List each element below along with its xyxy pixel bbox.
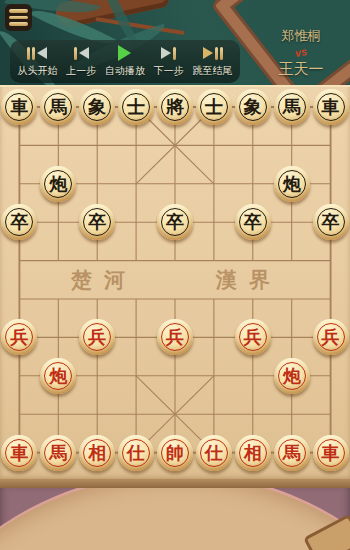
piece-red-horse[interactable]: 馬 xyxy=(40,435,76,471)
piece-glyph: 兵 xyxy=(88,328,106,346)
piece-ring: 士 xyxy=(200,93,228,121)
app-screen: 从头开始 上一步 自动播放 下一步 跳至结尾 郑惟桐 vs 王天一 楚河 漢界 … xyxy=(0,0,350,550)
board-cell[interactable]: 卒 xyxy=(156,203,195,241)
piece-red-soldier[interactable]: 兵 xyxy=(235,319,271,355)
board-cell[interactable] xyxy=(117,395,156,433)
step-forward-button[interactable]: 下一步 xyxy=(154,46,184,78)
piece-ring: 馬 xyxy=(44,439,72,467)
board-cell[interactable] xyxy=(272,241,311,279)
piece-red-advisor[interactable]: 仕 xyxy=(118,435,154,471)
playback-toolbar: 从头开始 上一步 自动播放 下一步 跳至结尾 xyxy=(10,40,240,83)
piece-red-soldier[interactable]: 兵 xyxy=(79,319,115,355)
board-cell[interactable] xyxy=(0,165,39,203)
board-cell[interactable] xyxy=(194,395,233,433)
step-forward-icon xyxy=(161,46,176,61)
piece-glyph: 卒 xyxy=(166,213,184,231)
board-cell[interactable] xyxy=(194,280,233,318)
board-cell[interactable]: 帥 xyxy=(156,433,195,471)
piece-ring: 仕 xyxy=(200,439,228,467)
piece-glyph: 卒 xyxy=(244,213,262,231)
board-cell[interactable] xyxy=(117,241,156,279)
piece-red-elephant[interactable]: 相 xyxy=(235,435,271,471)
board-cell[interactable]: 馬 xyxy=(39,88,78,126)
piece-red-soldier[interactable]: 兵 xyxy=(1,319,37,355)
piece-ring: 炮 xyxy=(44,170,72,198)
board-cell[interactable]: 將 xyxy=(156,88,195,126)
board-cell[interactable]: 仕 xyxy=(117,433,156,471)
board-cell[interactable]: 馬 xyxy=(39,433,78,471)
board-cell[interactable] xyxy=(194,203,233,241)
piece-glyph: 車 xyxy=(10,443,28,461)
board-grid: 車馬象士將士象馬車炮炮卒卒卒卒卒兵兵兵兵兵炮炮車馬相仕帥仕相馬車 xyxy=(0,88,350,472)
skip-to-end-icon xyxy=(203,46,223,61)
board-cell[interactable] xyxy=(311,165,350,203)
board-cell[interactable] xyxy=(117,357,156,395)
piece-glyph: 馬 xyxy=(49,97,67,115)
board-cell[interactable]: 炮 xyxy=(39,357,78,395)
board-cell[interactable] xyxy=(39,395,78,433)
board-cell[interactable] xyxy=(233,126,272,164)
piece-glyph: 士 xyxy=(127,97,145,115)
board-cell[interactable] xyxy=(233,357,272,395)
board-cell[interactable]: 兵 xyxy=(78,318,117,356)
board-cell[interactable] xyxy=(0,357,39,395)
piece-ring: 車 xyxy=(317,439,345,467)
piece-ring: 車 xyxy=(5,439,33,467)
board-cell[interactable]: 兵 xyxy=(0,318,39,356)
piece-glyph: 馬 xyxy=(283,443,301,461)
piece-glyph: 炮 xyxy=(283,366,301,384)
piece-red-cannon[interactable]: 炮 xyxy=(40,358,76,394)
board-cell[interactable] xyxy=(233,165,272,203)
board-cell[interactable] xyxy=(117,126,156,164)
board-cell[interactable] xyxy=(311,241,350,279)
piece-ring: 馬 xyxy=(278,439,306,467)
skip-to-end-button[interactable]: 跳至结尾 xyxy=(193,46,233,78)
board-cell[interactable] xyxy=(39,280,78,318)
skip-to-start-icon xyxy=(27,46,47,61)
piece-glyph: 相 xyxy=(244,443,262,461)
piece-black-cannon[interactable]: 炮 xyxy=(274,166,310,202)
board-cell[interactable] xyxy=(311,357,350,395)
board-cell[interactable] xyxy=(194,241,233,279)
board-cell[interactable]: 兵 xyxy=(233,318,272,356)
piece-ring: 兵 xyxy=(5,323,33,351)
play-icon xyxy=(118,46,131,61)
piece-glyph: 兵 xyxy=(166,328,184,346)
autoplay-button[interactable]: 自动播放 xyxy=(105,46,145,78)
piece-ring: 卒 xyxy=(5,208,33,236)
piece-black-horse[interactable]: 馬 xyxy=(274,89,310,125)
piece-red-advisor[interactable]: 仕 xyxy=(196,435,232,471)
piece-glyph: 炮 xyxy=(49,366,67,384)
piece-black-horse[interactable]: 馬 xyxy=(40,89,76,125)
piece-ring: 車 xyxy=(317,93,345,121)
board-cell[interactable] xyxy=(156,280,195,318)
board-cell[interactable] xyxy=(117,165,156,203)
board-cell[interactable]: 卒 xyxy=(311,203,350,241)
board-cell[interactable] xyxy=(156,165,195,203)
board-cell[interactable] xyxy=(39,318,78,356)
piece-glyph: 炮 xyxy=(283,174,301,192)
piece-glyph: 車 xyxy=(322,443,340,461)
piece-black-general[interactable]: 將 xyxy=(157,89,193,125)
piece-ring: 帥 xyxy=(161,439,189,467)
piece-black-soldier[interactable]: 卒 xyxy=(1,204,37,240)
piece-ring: 馬 xyxy=(278,93,306,121)
piece-ring: 象 xyxy=(83,93,111,121)
board-cell[interactable]: 相 xyxy=(233,433,272,471)
piece-black-chariot[interactable]: 車 xyxy=(313,89,349,125)
board-cell[interactable] xyxy=(156,395,195,433)
piece-glyph: 象 xyxy=(244,97,262,115)
piece-red-elephant[interactable]: 相 xyxy=(79,435,115,471)
restart-label: 从头开始 xyxy=(17,64,57,78)
board-cell[interactable]: 卒 xyxy=(78,203,117,241)
piece-ring: 兵 xyxy=(317,323,345,351)
piece-ring: 仕 xyxy=(122,439,150,467)
board-cell[interactable] xyxy=(233,395,272,433)
board-cell[interactable] xyxy=(78,395,117,433)
piece-ring: 炮 xyxy=(278,362,306,390)
piece-black-soldier[interactable]: 卒 xyxy=(235,204,271,240)
xiangqi-board: 楚河 漢界 車馬象士將士象馬車炮炮卒卒卒卒卒兵兵兵兵兵炮炮車馬相仕帥仕相馬車 xyxy=(0,85,350,479)
piece-black-chariot[interactable]: 車 xyxy=(1,89,37,125)
board-cell[interactable]: 炮 xyxy=(39,165,78,203)
step-back-button[interactable]: 上一步 xyxy=(66,46,96,78)
board-cell[interactable] xyxy=(194,318,233,356)
board-cell[interactable] xyxy=(272,280,311,318)
piece-black-elephant[interactable]: 象 xyxy=(235,89,271,125)
board-cell[interactable] xyxy=(311,280,350,318)
board-cell[interactable] xyxy=(233,241,272,279)
wooden-boat-decor xyxy=(54,0,172,30)
piece-glyph: 仕 xyxy=(205,443,223,461)
piece-red-general[interactable]: 帥 xyxy=(157,435,193,471)
piece-black-cannon[interactable]: 炮 xyxy=(40,166,76,202)
player-top-name: 郑惟桐 xyxy=(282,27,321,45)
board-cell[interactable] xyxy=(78,126,117,164)
board-cell[interactable] xyxy=(0,395,39,433)
board-cell[interactable]: 象 xyxy=(233,88,272,126)
board-edge xyxy=(0,479,350,488)
vs-icon: vs xyxy=(294,46,308,59)
piece-glyph: 相 xyxy=(88,443,106,461)
step-forward-label: 下一步 xyxy=(154,64,184,78)
board-cell[interactable]: 兵 xyxy=(311,318,350,356)
board-cell[interactable] xyxy=(156,357,195,395)
restart-button[interactable]: 从头开始 xyxy=(17,46,57,78)
board-cell[interactable]: 炮 xyxy=(272,165,311,203)
piece-ring: 炮 xyxy=(278,170,306,198)
board-cell[interactable] xyxy=(78,357,117,395)
board-cell[interactable] xyxy=(117,318,156,356)
piece-ring: 卒 xyxy=(239,208,267,236)
board-cell[interactable]: 士 xyxy=(194,88,233,126)
piece-ring: 士 xyxy=(122,93,150,121)
piece-black-soldier[interactable]: 卒 xyxy=(313,204,349,240)
piece-ring: 卒 xyxy=(83,208,111,236)
piece-ring: 象 xyxy=(239,93,267,121)
skip-to-end-label: 跳至结尾 xyxy=(193,64,233,78)
board-cell[interactable]: 車 xyxy=(0,433,39,471)
piece-glyph: 卒 xyxy=(10,213,28,231)
board-cell[interactable]: 車 xyxy=(311,433,350,471)
board-cell[interactable] xyxy=(156,241,195,279)
piece-ring: 兵 xyxy=(161,323,189,351)
board-cell[interactable] xyxy=(117,280,156,318)
piece-ring: 車 xyxy=(5,93,33,121)
board-cell[interactable]: 馬 xyxy=(272,433,311,471)
board-cell[interactable]: 炮 xyxy=(272,357,311,395)
player-bottom-name: 王天一 xyxy=(279,60,324,79)
board-cell[interactable]: 馬 xyxy=(272,88,311,126)
board-cell[interactable] xyxy=(78,165,117,203)
piece-glyph: 兵 xyxy=(244,328,262,346)
players-panel: 郑惟桐 vs 王天一 xyxy=(258,27,344,79)
step-back-label: 上一步 xyxy=(66,64,96,78)
board-cell[interactable]: 卒 xyxy=(0,203,39,241)
board-cell[interactable]: 象 xyxy=(78,88,117,126)
piece-black-advisor[interactable]: 士 xyxy=(118,89,154,125)
board-cell[interactable] xyxy=(39,241,78,279)
board-cell[interactable] xyxy=(233,280,272,318)
piece-glyph: 馬 xyxy=(283,97,301,115)
hamburger-icon xyxy=(9,9,28,13)
piece-glyph: 將 xyxy=(166,97,184,115)
piece-glyph: 仕 xyxy=(127,443,145,461)
board-cell[interactable] xyxy=(272,126,311,164)
piece-red-soldier[interactable]: 兵 xyxy=(157,319,193,355)
piece-ring: 兵 xyxy=(83,323,111,351)
piece-ring: 馬 xyxy=(44,93,72,121)
piece-glyph: 士 xyxy=(205,97,223,115)
board-cell[interactable] xyxy=(272,395,311,433)
wooden-stick-decor xyxy=(95,17,185,35)
table-surface xyxy=(0,488,350,550)
board-cell[interactable] xyxy=(311,395,350,433)
board-cell[interactable] xyxy=(117,203,156,241)
board-cell[interactable] xyxy=(78,241,117,279)
piece-red-chariot[interactable]: 車 xyxy=(1,435,37,471)
piece-black-advisor[interactable]: 士 xyxy=(196,89,232,125)
piece-red-soldier[interactable]: 兵 xyxy=(313,319,349,355)
board-cell[interactable] xyxy=(78,280,117,318)
piece-ring: 兵 xyxy=(239,323,267,351)
piece-glyph: 炮 xyxy=(49,174,67,192)
board-cell[interactable] xyxy=(272,203,311,241)
board-cell[interactable]: 車 xyxy=(0,88,39,126)
board-cell[interactable] xyxy=(311,126,350,164)
piece-glyph: 車 xyxy=(322,97,340,115)
piece-ring: 卒 xyxy=(317,208,345,236)
autoplay-label: 自动播放 xyxy=(105,64,145,78)
piece-glyph: 卒 xyxy=(88,213,106,231)
board-cell[interactable] xyxy=(272,318,311,356)
piece-glyph: 車 xyxy=(10,97,28,115)
piece-ring: 炮 xyxy=(44,362,72,390)
piece-red-horse[interactable]: 馬 xyxy=(274,435,310,471)
piece-glyph: 帥 xyxy=(166,443,184,461)
piece-ring: 卒 xyxy=(161,208,189,236)
piece-ring: 將 xyxy=(161,93,189,121)
piece-glyph: 兵 xyxy=(322,328,340,346)
board-cell[interactable] xyxy=(194,165,233,203)
board-cell[interactable] xyxy=(194,357,233,395)
board-cell[interactable] xyxy=(39,203,78,241)
board-cell[interactable] xyxy=(0,241,39,279)
board-cell[interactable] xyxy=(0,126,39,164)
piece-black-soldier[interactable]: 卒 xyxy=(157,204,193,240)
piece-glyph: 馬 xyxy=(49,443,67,461)
board-cell[interactable] xyxy=(194,126,233,164)
piece-ring: 相 xyxy=(239,439,267,467)
piece-glyph: 象 xyxy=(88,97,106,115)
board-cell[interactable] xyxy=(156,126,195,164)
piece-red-chariot[interactable]: 車 xyxy=(313,435,349,471)
board-cell[interactable] xyxy=(0,280,39,318)
piece-black-soldier[interactable]: 卒 xyxy=(79,204,115,240)
board-cell[interactable]: 車 xyxy=(311,88,350,126)
piece-red-cannon[interactable]: 炮 xyxy=(274,358,310,394)
menu-button[interactable] xyxy=(5,4,32,31)
board-cell[interactable]: 兵 xyxy=(156,318,195,356)
piece-glyph: 兵 xyxy=(10,328,28,346)
board-cell[interactable]: 仕 xyxy=(194,433,233,471)
piece-black-elephant[interactable]: 象 xyxy=(79,89,115,125)
piece-ring: 相 xyxy=(83,439,111,467)
board-cell[interactable]: 卒 xyxy=(233,203,272,241)
board-cell[interactable]: 士 xyxy=(117,88,156,126)
board-cell[interactable] xyxy=(39,126,78,164)
table-mat-decor xyxy=(0,488,350,550)
step-back-icon xyxy=(74,46,89,61)
board-cell[interactable]: 相 xyxy=(78,433,117,471)
piece-glyph: 卒 xyxy=(322,213,340,231)
